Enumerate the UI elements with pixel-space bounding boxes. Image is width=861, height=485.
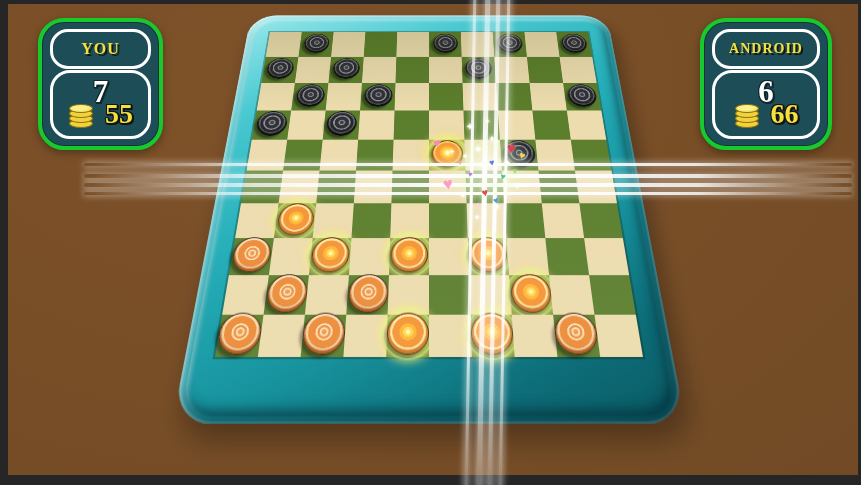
board-square[interactable] [463, 110, 499, 139]
board-square [326, 83, 362, 111]
checker-piece-black [433, 34, 458, 53]
coins-android: 66 [771, 99, 799, 129]
checker-piece-black [326, 111, 358, 136]
board-square [512, 315, 558, 357]
board-square[interactable] [252, 110, 291, 139]
board-square [429, 110, 464, 139]
board-square[interactable] [579, 203, 622, 238]
coin-stack-icon [68, 100, 96, 128]
checker-piece-black [566, 84, 597, 107]
board-square[interactable] [264, 275, 309, 315]
board-square[interactable] [493, 32, 527, 57]
board-square[interactable] [429, 275, 470, 315]
checker-piece-orange[interactable] [386, 313, 429, 355]
board-square [524, 32, 559, 57]
player-panel-you: YOU 7 55 [38, 18, 163, 150]
board-square[interactable] [283, 140, 323, 171]
board-square [429, 57, 463, 83]
board-square [247, 140, 288, 171]
checker-piece-orange[interactable] [553, 313, 600, 355]
board-square[interactable] [462, 57, 496, 83]
board-square [560, 57, 597, 83]
board-square[interactable] [360, 83, 395, 111]
board-square[interactable] [429, 203, 468, 238]
checker-piece-black [295, 84, 326, 107]
board-square[interactable] [261, 57, 298, 83]
board-square [567, 110, 606, 139]
checker-piece-orange[interactable] [310, 237, 350, 272]
checker-piece-black [502, 140, 536, 167]
player-name-android: ANDROID [729, 41, 803, 57]
board-square[interactable] [346, 275, 389, 315]
board-square [320, 140, 359, 171]
board-square[interactable] [215, 315, 264, 357]
board-square[interactable] [389, 238, 429, 275]
board-square[interactable] [316, 171, 356, 204]
board-square[interactable] [571, 140, 612, 171]
board-square [349, 238, 390, 275]
checker-piece-black [265, 58, 295, 79]
board-square[interactable] [229, 238, 274, 275]
coin-stack-icon [734, 100, 762, 128]
board-square[interactable] [465, 171, 504, 204]
board-square[interactable] [386, 315, 429, 357]
board-square [502, 171, 542, 204]
checker-piece-orange[interactable] [215, 313, 263, 355]
board-square [258, 315, 305, 357]
checkers-board [215, 32, 643, 357]
board-square[interactable] [301, 315, 347, 357]
board-grid [215, 32, 643, 357]
checker-piece-orange[interactable] [431, 140, 463, 167]
checker-piece-black [303, 34, 330, 53]
board-square [535, 140, 575, 171]
board-square [575, 171, 617, 204]
board-square [222, 275, 269, 315]
board-square [429, 171, 467, 204]
board-square[interactable] [509, 275, 553, 315]
board-square [429, 238, 469, 275]
checker-piece-orange[interactable] [230, 237, 273, 272]
board-square [266, 32, 302, 57]
board-square [362, 57, 396, 83]
checker-piece-orange[interactable] [469, 237, 508, 272]
board-square[interactable] [241, 171, 283, 204]
checker-piece-orange[interactable] [470, 313, 514, 355]
player-score-box: 6 66 [712, 70, 820, 139]
board-square[interactable] [545, 238, 589, 275]
board-square[interactable] [468, 238, 509, 275]
board-square[interactable] [470, 315, 514, 357]
board-square [464, 140, 502, 171]
board-square [331, 32, 365, 57]
board-square[interactable] [556, 32, 592, 57]
board-square[interactable] [309, 238, 352, 275]
board-square [358, 110, 394, 139]
game-screen: ♥♥♥♥♥♥♥♥♥♥♥♥✦✦✦✦✦✦✦✦✦✦✦✦ YOU 7 55 ANDROI… [0, 0, 861, 485]
board-square[interactable] [394, 110, 429, 139]
board-square [396, 32, 429, 57]
board-square [494, 57, 529, 83]
checker-piece-orange[interactable] [276, 203, 315, 235]
board-square[interactable] [328, 57, 363, 83]
board-square[interactable] [395, 57, 429, 83]
board-square[interactable] [500, 140, 539, 171]
board-square[interactable] [527, 57, 563, 83]
board-square [257, 83, 295, 111]
coins-you: 55 [105, 99, 133, 129]
board-square [463, 83, 498, 111]
board-square[interactable] [298, 32, 333, 57]
board-square[interactable] [391, 171, 429, 204]
checker-piece-black [465, 58, 492, 79]
checker-piece-black [255, 111, 288, 136]
board-square[interactable] [291, 83, 328, 111]
player-score-box: 7 55 [50, 70, 151, 139]
checker-piece-orange[interactable] [347, 274, 389, 312]
board-square[interactable] [538, 171, 579, 204]
board-square [530, 83, 567, 111]
board-square [305, 275, 349, 315]
board-square [542, 203, 584, 238]
player-name-you: YOU [81, 40, 120, 58]
board-square[interactable] [589, 275, 636, 315]
board-square [498, 110, 535, 139]
checker-piece-orange[interactable] [390, 237, 428, 272]
board-square [287, 110, 325, 139]
checker-piece-black [363, 84, 392, 107]
checker-piece-black [560, 34, 588, 53]
board-square [461, 32, 494, 57]
board-square[interactable] [532, 110, 570, 139]
board-square[interactable] [351, 203, 391, 238]
board-square [395, 83, 429, 111]
board-square[interactable] [553, 315, 600, 357]
board-square[interactable] [429, 140, 465, 171]
board-square [354, 171, 393, 204]
board-square[interactable] [429, 32, 462, 57]
board-square[interactable] [274, 203, 316, 238]
checker-piece-black [332, 58, 360, 79]
checker-piece-orange[interactable] [509, 274, 552, 312]
board-square[interactable] [496, 83, 532, 111]
board-square [549, 275, 594, 315]
player-panel-android: ANDROID 6 66 [700, 18, 832, 150]
player-name-box: YOU [50, 29, 151, 69]
board-square[interactable] [356, 140, 394, 171]
board-square [295, 57, 331, 83]
board-square [594, 315, 643, 357]
checker-piece-orange[interactable] [264, 274, 308, 312]
board-square[interactable] [364, 32, 397, 57]
checker-piece-orange[interactable] [301, 313, 347, 355]
player-name-box: ANDROID [712, 29, 820, 69]
checker-piece-black [496, 34, 523, 53]
board-square[interactable] [504, 203, 545, 238]
board-square[interactable] [563, 83, 601, 111]
board-square[interactable] [429, 83, 463, 111]
board-square[interactable] [323, 110, 360, 139]
board-square [584, 238, 629, 275]
board-square [393, 140, 429, 171]
